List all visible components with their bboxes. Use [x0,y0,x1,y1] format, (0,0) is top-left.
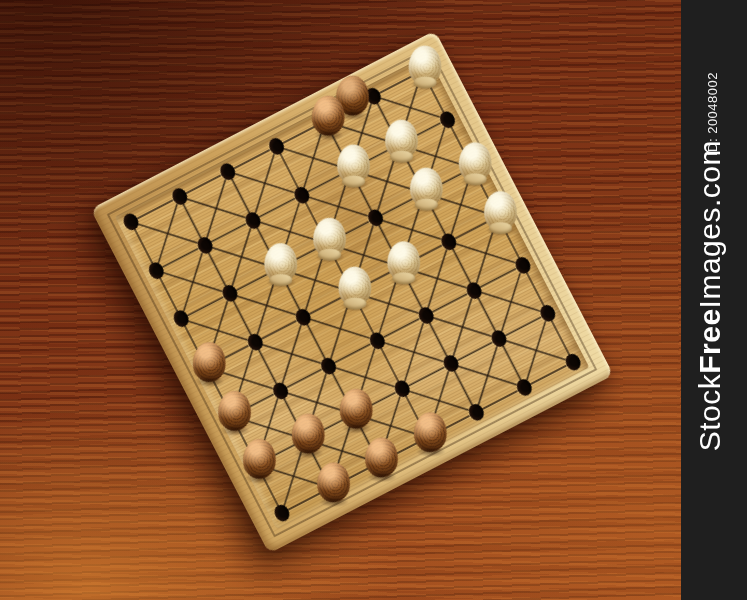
piece-brown-r6c1[interactable] [317,462,350,502]
piece-brown-r3c0[interactable] [193,342,226,382]
piece-brown-r6c2[interactable] [365,437,398,477]
piece-white-r2c3[interactable] [313,218,346,258]
watermark-site-label: StockFreeImages.com [693,140,727,451]
watermark-site-suffix: Images.com [693,140,726,308]
piece-white-r2c6[interactable] [459,143,492,183]
photo-scene: ID: 20048002 StockFreeImages.com [0,0,747,600]
piece-white-r2c2[interactable] [265,243,298,283]
piece-white-r3c4[interactable] [387,241,420,281]
piece-brown-r4c0[interactable] [218,391,251,431]
watermark-site-bold: Free [693,308,726,373]
watermark-site-prefix: Stock [693,374,726,452]
piece-brown-r5c1[interactable] [292,414,325,454]
piece-brown-r6c3[interactable] [414,412,447,452]
piece-white-r1c4[interactable] [337,144,370,184]
piece-white-r0c6[interactable] [408,45,441,85]
piece-brown-r5c0[interactable] [243,439,276,479]
piece-white-r3c6[interactable] [484,191,517,231]
piece-white-r2c5[interactable] [410,168,443,208]
piece-white-r3c3[interactable] [338,267,371,307]
piece-white-r1c5[interactable] [385,119,418,159]
piece-brown-r0c4[interactable] [311,96,344,136]
piece-brown-r5c2[interactable] [340,389,373,429]
watermark-bar: ID: 20048002 StockFreeImages.com [681,0,747,600]
